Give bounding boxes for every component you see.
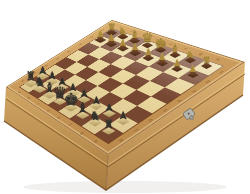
frame-rank-label: 3 (190, 89, 197, 93)
frame-rank-label: 3 (78, 43, 83, 46)
frame-file-label: c (36, 102, 41, 105)
frame-rank-label: 5 (55, 57, 60, 60)
frame-file-label: a (119, 26, 124, 29)
frame-file-label: h (215, 57, 222, 60)
frame-rank-label: 4 (176, 99, 183, 103)
frame-file-label: d (46, 108, 51, 112)
frame-file-label: c (142, 34, 147, 37)
frame-rank-label: 7 (32, 72, 37, 75)
frame-file-label: f (184, 47, 189, 50)
frame-rank-label: 6 (147, 118, 154, 122)
frame-rank-label: 4 (67, 50, 72, 53)
frame-rank-label: 1 (100, 29, 105, 32)
chess-set-photo: aa11bb22cc33dd44ee55ff66gg77hh88 ♜♞♟♝♟♛♟… (0, 0, 250, 194)
frame-rank-label: 6 (44, 65, 49, 68)
frame-file-label: e (57, 115, 63, 119)
frame-rank-label: 5 (162, 108, 169, 112)
frame-file-label: e (169, 42, 175, 45)
frame-file-label: b (27, 96, 32, 99)
frame-file-label: a (18, 90, 23, 93)
frame-rank-label: 2 (89, 36, 94, 39)
frame-rank-label: 8 (118, 138, 125, 142)
frame-rank-label: 1 (218, 70, 225, 74)
box-shadow (23, 181, 227, 193)
frame-file-label: g (80, 131, 86, 135)
frame-rank-label: 2 (204, 80, 211, 84)
frame-rank-label: 7 (133, 128, 140, 132)
frame-file-label: b (130, 30, 135, 33)
frame-file-label: f (68, 123, 73, 126)
frame-file-label: g (198, 52, 204, 55)
frame-file-label: h (93, 139, 99, 143)
frame-file-label: d (155, 38, 161, 41)
frame-rank-label: 8 (21, 79, 26, 82)
